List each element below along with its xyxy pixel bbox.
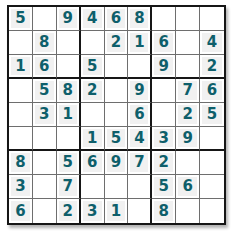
sudoku-cell-r4c9[interactable]: 6 — [200, 79, 224, 103]
sudoku-cell-r4c5[interactable] — [105, 79, 129, 103]
sudoku-cell-r2c4[interactable] — [81, 31, 105, 55]
sudoku-cell-r3c7[interactable]: 9 — [152, 55, 176, 79]
sudoku-cell-r4c4[interactable]: 2 — [81, 79, 105, 103]
sudoku-cell-r1c6[interactable]: 8 — [128, 7, 152, 31]
sudoku-cell-r5c4[interactable] — [81, 103, 105, 127]
sudoku-board: 5946882164165925829763162515439856972375… — [7, 5, 226, 225]
sudoku-cell-r2c5[interactable]: 2 — [105, 31, 129, 55]
page: 5946882164165925829763162515439856972375… — [0, 0, 240, 240]
sudoku-cell-r4c7[interactable] — [152, 79, 176, 103]
sudoku-cell-r3c8[interactable] — [176, 55, 200, 79]
sudoku-cell-r6c8[interactable]: 9 — [176, 127, 200, 151]
sudoku-cell-r8c8[interactable]: 6 — [176, 175, 200, 199]
sudoku-cell-r6c4[interactable]: 1 — [81, 127, 105, 151]
sudoku-cell-r6c9[interactable] — [200, 127, 224, 151]
sudoku-cell-r7c3[interactable]: 5 — [57, 151, 81, 175]
sudoku-cell-r9c1[interactable]: 6 — [9, 199, 33, 223]
sudoku-cell-r5c1[interactable] — [9, 103, 33, 127]
sudoku-cell-r1c9[interactable] — [200, 7, 224, 31]
sudoku-cell-r7c4[interactable]: 6 — [81, 151, 105, 175]
sudoku-cell-r8c1[interactable]: 3 — [9, 175, 33, 199]
sudoku-cell-r6c7[interactable]: 3 — [152, 127, 176, 151]
sudoku-cell-r1c2[interactable] — [33, 7, 57, 31]
sudoku-cell-r5c3[interactable]: 1 — [57, 103, 81, 127]
sudoku-cell-r6c2[interactable] — [33, 127, 57, 151]
sudoku-cell-r3c4[interactable]: 5 — [81, 55, 105, 79]
sudoku-cell-r2c8[interactable] — [176, 31, 200, 55]
sudoku-cell-r4c2[interactable]: 5 — [33, 79, 57, 103]
sudoku-cell-r8c5[interactable] — [105, 175, 129, 199]
sudoku-cell-r7c5[interactable]: 9 — [105, 151, 129, 175]
sudoku-cell-r2c7[interactable]: 6 — [152, 31, 176, 55]
sudoku-cell-r1c1[interactable]: 5 — [9, 7, 33, 31]
sudoku-cell-r4c1[interactable] — [9, 79, 33, 103]
sudoku-cell-r9c4[interactable]: 3 — [81, 199, 105, 223]
sudoku-cell-r5c2[interactable]: 3 — [33, 103, 57, 127]
sudoku-cell-r9c9[interactable] — [200, 199, 224, 223]
sudoku-cell-r8c2[interactable] — [33, 175, 57, 199]
sudoku-cell-r9c3[interactable]: 2 — [57, 199, 81, 223]
sudoku-cell-r4c3[interactable]: 8 — [57, 79, 81, 103]
sudoku-cell-r3c5[interactable] — [105, 55, 129, 79]
sudoku-cell-r5c6[interactable]: 6 — [128, 103, 152, 127]
sudoku-cell-r4c6[interactable]: 9 — [128, 79, 152, 103]
sudoku-cell-r3c2[interactable]: 6 — [33, 55, 57, 79]
sudoku-cell-r6c5[interactable]: 5 — [105, 127, 129, 151]
sudoku-cell-r8c3[interactable]: 7 — [57, 175, 81, 199]
sudoku-cell-r2c9[interactable]: 4 — [200, 31, 224, 55]
sudoku-cell-r9c7[interactable]: 8 — [152, 199, 176, 223]
sudoku-cell-r9c8[interactable] — [176, 199, 200, 223]
sudoku-cell-r1c3[interactable]: 9 — [57, 7, 81, 31]
sudoku-cell-r2c3[interactable] — [57, 31, 81, 55]
sudoku-cell-r5c9[interactable]: 5 — [200, 103, 224, 127]
sudoku-cell-r5c8[interactable]: 2 — [176, 103, 200, 127]
sudoku-cell-r1c5[interactable]: 6 — [105, 7, 129, 31]
sudoku-cell-r3c3[interactable] — [57, 55, 81, 79]
sudoku-cell-r9c2[interactable] — [33, 199, 57, 223]
sudoku-cell-r6c1[interactable] — [9, 127, 33, 151]
sudoku-cell-r3c6[interactable] — [128, 55, 152, 79]
sudoku-cell-r7c9[interactable] — [200, 151, 224, 175]
sudoku-cell-r7c2[interactable] — [33, 151, 57, 175]
sudoku-cell-r1c7[interactable] — [152, 7, 176, 31]
sudoku-cell-r5c5[interactable] — [105, 103, 129, 127]
sudoku-cell-r1c4[interactable]: 4 — [81, 7, 105, 31]
sudoku-cell-r2c6[interactable]: 1 — [128, 31, 152, 55]
sudoku-cell-r6c6[interactable]: 4 — [128, 127, 152, 151]
sudoku-cell-r3c9[interactable]: 2 — [200, 55, 224, 79]
sudoku-cell-r1c8[interactable] — [176, 7, 200, 31]
sudoku-cell-r8c9[interactable] — [200, 175, 224, 199]
sudoku-cell-r4c8[interactable]: 7 — [176, 79, 200, 103]
sudoku-cell-r3c1[interactable]: 1 — [9, 55, 33, 79]
sudoku-cell-r7c1[interactable]: 8 — [9, 151, 33, 175]
sudoku-cell-r7c8[interactable] — [176, 151, 200, 175]
sudoku-cell-r9c5[interactable]: 1 — [105, 199, 129, 223]
sudoku-cell-r6c3[interactable] — [57, 127, 81, 151]
sudoku-cell-r7c6[interactable]: 7 — [128, 151, 152, 175]
sudoku-cell-r2c1[interactable] — [9, 31, 33, 55]
sudoku-cell-r8c6[interactable] — [128, 175, 152, 199]
sudoku-cell-r7c7[interactable]: 2 — [152, 151, 176, 175]
sudoku-cell-r2c2[interactable]: 8 — [33, 31, 57, 55]
sudoku-cell-r8c7[interactable]: 5 — [152, 175, 176, 199]
sudoku-cell-r8c4[interactable] — [81, 175, 105, 199]
sudoku-cell-r9c6[interactable] — [128, 199, 152, 223]
sudoku-cell-r5c7[interactable] — [152, 103, 176, 127]
